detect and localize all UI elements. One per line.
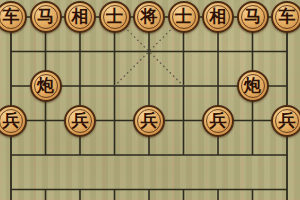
piece-soldier[interactable]: 兵 <box>64 105 96 137</box>
xiangqi-board[interactable]: 车马相士将士相马车炮炮兵兵兵兵兵 <box>0 0 300 200</box>
piece-glyph: 相 <box>210 8 227 26</box>
piece-elephant[interactable]: 相 <box>64 1 96 33</box>
piece-soldier[interactable]: 兵 <box>202 105 234 137</box>
piece-glyph: 马 <box>244 8 261 26</box>
piece-glyph: 炮 <box>244 77 261 95</box>
piece-glyph: 兵 <box>72 112 89 130</box>
piece-elephant[interactable]: 相 <box>202 1 234 33</box>
piece-horse[interactable]: 马 <box>237 1 269 33</box>
piece-glyph: 炮 <box>37 77 54 95</box>
piece-soldier[interactable]: 兵 <box>0 105 27 137</box>
piece-soldier[interactable]: 兵 <box>133 105 165 137</box>
piece-advisor[interactable]: 士 <box>99 1 131 33</box>
pieces-layer: 车马相士将士相马车炮炮兵兵兵兵兵 <box>11 17 300 200</box>
piece-horse[interactable]: 马 <box>30 1 62 33</box>
piece-glyph: 兵 <box>279 112 296 130</box>
piece-glyph: 兵 <box>3 112 20 130</box>
piece-glyph: 马 <box>37 8 54 26</box>
piece-chariot[interactable]: 车 <box>271 1 300 33</box>
piece-glyph: 将 <box>141 8 158 26</box>
piece-general[interactable]: 将 <box>133 1 165 33</box>
piece-cannon[interactable]: 炮 <box>237 70 269 102</box>
piece-glyph: 兵 <box>210 112 227 130</box>
piece-glyph: 相 <box>72 8 89 26</box>
piece-glyph: 车 <box>279 8 296 26</box>
piece-cannon[interactable]: 炮 <box>30 70 62 102</box>
piece-glyph: 兵 <box>141 112 158 130</box>
piece-chariot[interactable]: 车 <box>0 1 27 33</box>
piece-soldier[interactable]: 兵 <box>271 105 300 137</box>
piece-glyph: 士 <box>106 8 123 26</box>
piece-advisor[interactable]: 士 <box>168 1 200 33</box>
piece-glyph: 车 <box>3 8 20 26</box>
piece-glyph: 士 <box>175 8 192 26</box>
